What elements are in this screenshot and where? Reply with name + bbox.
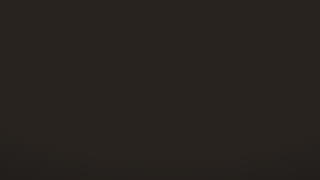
letterbox-right bbox=[299, 0, 320, 180]
video-frame bbox=[0, 0, 320, 180]
letterbox-left bbox=[0, 0, 19, 180]
chess-board[interactable] bbox=[18, 0, 298, 180]
